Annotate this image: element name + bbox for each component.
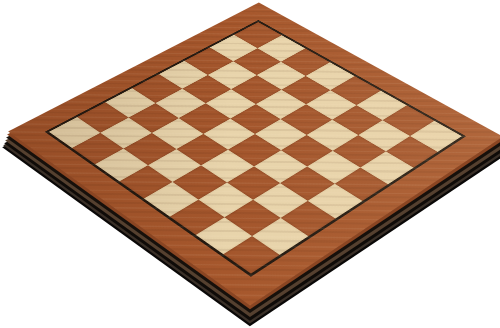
- board-top-surface: [8, 2, 500, 305]
- photo-background: [0, 0, 500, 328]
- board-grid: [49, 22, 462, 274]
